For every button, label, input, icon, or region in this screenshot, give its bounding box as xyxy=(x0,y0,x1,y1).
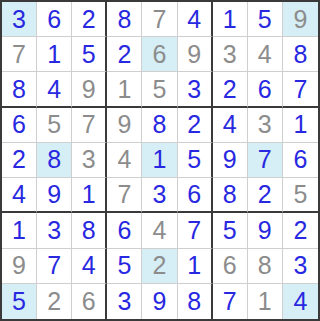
cell-r6c2[interactable]: 9 xyxy=(37,178,72,213)
cell-r9c8[interactable]: 1 xyxy=(248,284,283,319)
cell-r1c1[interactable]: 3 xyxy=(2,2,37,37)
cell-r5c1[interactable]: 2 xyxy=(2,143,37,178)
cell-r7c4[interactable]: 6 xyxy=(107,213,142,248)
cell-r8c5[interactable]: 2 xyxy=(142,249,177,284)
cell-r7c2[interactable]: 3 xyxy=(37,213,72,248)
cell-r5c6[interactable]: 5 xyxy=(178,143,213,178)
cell-r8c2[interactable]: 7 xyxy=(37,249,72,284)
cell-r7c9[interactable]: 2 xyxy=(283,213,318,248)
cell-r6c6[interactable]: 6 xyxy=(178,178,213,213)
cell-r6c9[interactable]: 5 xyxy=(283,178,318,213)
cell-r7c5[interactable]: 4 xyxy=(142,213,177,248)
cell-r4c5[interactable]: 8 xyxy=(142,108,177,143)
cell-r6c8[interactable]: 2 xyxy=(248,178,283,213)
cell-r3c9[interactable]: 7 xyxy=(283,72,318,107)
cell-r1c7[interactable]: 1 xyxy=(213,2,248,37)
cell-r2c9[interactable]: 8 xyxy=(283,37,318,72)
cell-r9c2[interactable]: 2 xyxy=(37,284,72,319)
cell-r4c4[interactable]: 9 xyxy=(107,108,142,143)
cell-r9c9[interactable]: 4 xyxy=(283,284,318,319)
cell-r9c6[interactable]: 8 xyxy=(178,284,213,319)
cell-r5c4[interactable]: 4 xyxy=(107,143,142,178)
cell-r6c5[interactable]: 3 xyxy=(142,178,177,213)
cell-r1c9[interactable]: 9 xyxy=(283,2,318,37)
cell-r1c8[interactable]: 5 xyxy=(248,2,283,37)
cell-r6c7[interactable]: 8 xyxy=(213,178,248,213)
cell-r6c4[interactable]: 7 xyxy=(107,178,142,213)
cell-r3c5[interactable]: 5 xyxy=(142,72,177,107)
cell-r5c3[interactable]: 3 xyxy=(72,143,107,178)
cell-r8c1[interactable]: 9 xyxy=(2,249,37,284)
cell-r7c6[interactable]: 7 xyxy=(178,213,213,248)
cell-r5c2[interactable]: 8 xyxy=(37,143,72,178)
cell-r3c6[interactable]: 3 xyxy=(178,72,213,107)
cell-r9c7[interactable]: 7 xyxy=(213,284,248,319)
cell-r8c7[interactable]: 6 xyxy=(213,249,248,284)
cell-r7c1[interactable]: 1 xyxy=(2,213,37,248)
cell-r5c8[interactable]: 7 xyxy=(248,143,283,178)
cell-r2c2[interactable]: 1 xyxy=(37,37,72,72)
cell-r2c5[interactable]: 6 xyxy=(142,37,177,72)
cell-r1c5[interactable]: 7 xyxy=(142,2,177,37)
cell-r7c8[interactable]: 9 xyxy=(248,213,283,248)
cell-r2c6[interactable]: 9 xyxy=(178,37,213,72)
cell-r5c5[interactable]: 1 xyxy=(142,143,177,178)
cell-r4c8[interactable]: 3 xyxy=(248,108,283,143)
cell-r8c3[interactable]: 4 xyxy=(72,249,107,284)
cell-r3c4[interactable]: 1 xyxy=(107,72,142,107)
cell-r7c3[interactable]: 8 xyxy=(72,213,107,248)
cell-r4c9[interactable]: 1 xyxy=(283,108,318,143)
cell-r2c1[interactable]: 7 xyxy=(2,37,37,72)
cell-r2c3[interactable]: 5 xyxy=(72,37,107,72)
cell-r1c4[interactable]: 8 xyxy=(107,2,142,37)
cell-r6c3[interactable]: 1 xyxy=(72,178,107,213)
cell-r7c7[interactable]: 5 xyxy=(213,213,248,248)
cell-r8c6[interactable]: 1 xyxy=(178,249,213,284)
cell-r3c3[interactable]: 9 xyxy=(72,72,107,107)
cell-r2c8[interactable]: 4 xyxy=(248,37,283,72)
cell-r1c2[interactable]: 6 xyxy=(37,2,72,37)
cell-r4c7[interactable]: 4 xyxy=(213,108,248,143)
cell-r4c1[interactable]: 6 xyxy=(2,108,37,143)
cell-r9c5[interactable]: 9 xyxy=(142,284,177,319)
cell-r4c6[interactable]: 2 xyxy=(178,108,213,143)
cell-r8c9[interactable]: 3 xyxy=(283,249,318,284)
cell-r8c4[interactable]: 5 xyxy=(107,249,142,284)
cell-r3c2[interactable]: 4 xyxy=(37,72,72,107)
cell-r3c7[interactable]: 2 xyxy=(213,72,248,107)
cell-r4c2[interactable]: 5 xyxy=(37,108,72,143)
cell-r3c1[interactable]: 8 xyxy=(2,72,37,107)
cell-r3c8[interactable]: 6 xyxy=(248,72,283,107)
cell-r4c3[interactable]: 7 xyxy=(72,108,107,143)
cell-r1c3[interactable]: 2 xyxy=(72,2,107,37)
cell-r9c1[interactable]: 5 xyxy=(2,284,37,319)
cell-r6c1[interactable]: 4 xyxy=(2,178,37,213)
cell-r8c8[interactable]: 8 xyxy=(248,249,283,284)
cell-r2c7[interactable]: 3 xyxy=(213,37,248,72)
cell-r2c4[interactable]: 2 xyxy=(107,37,142,72)
cell-r9c4[interactable]: 3 xyxy=(107,284,142,319)
cell-r5c7[interactable]: 9 xyxy=(213,143,248,178)
cell-r9c3[interactable]: 6 xyxy=(72,284,107,319)
cell-r1c6[interactable]: 4 xyxy=(178,2,213,37)
sudoku-board: 3628741597152693488491532676579824312834… xyxy=(0,0,320,321)
cell-r5c9[interactable]: 6 xyxy=(283,143,318,178)
